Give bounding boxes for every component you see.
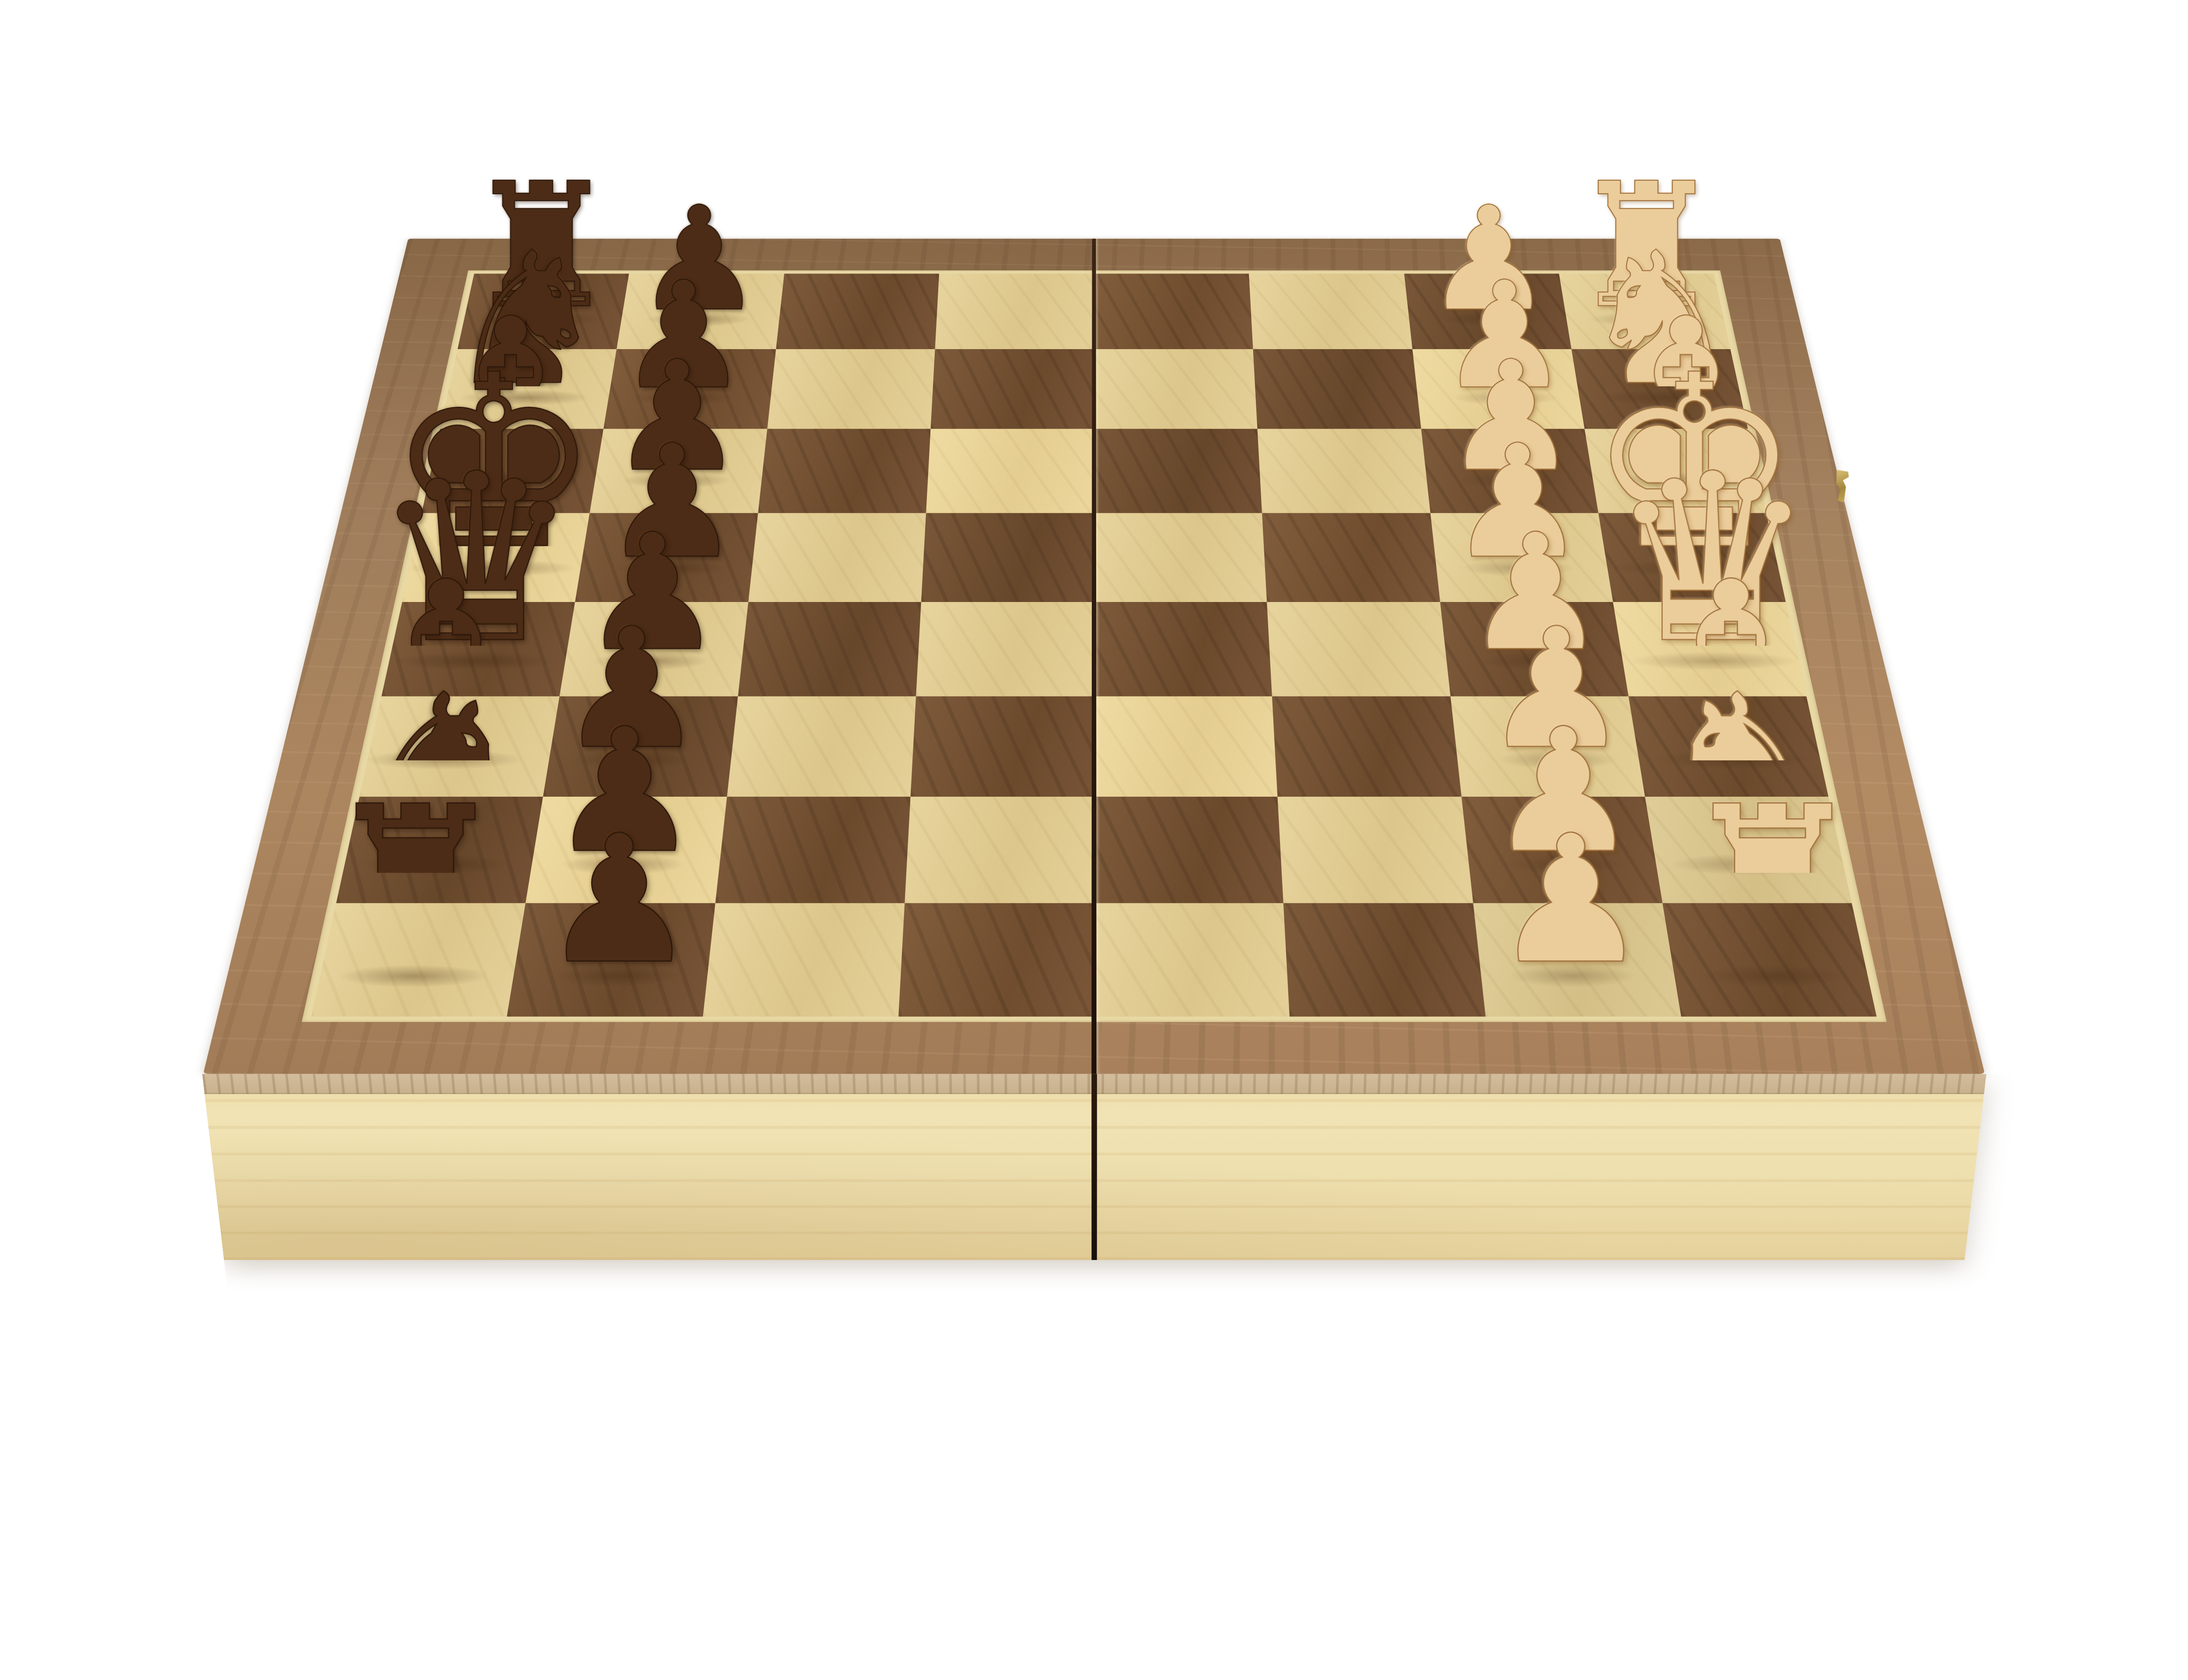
- square-g3[interactable]: [1253, 349, 1421, 429]
- square-c5[interactable]: [910, 696, 1094, 797]
- fold-seam-front: [1091, 1074, 1097, 1260]
- scene: ♜♞♝♚♛♝♞♜♟♟♟♟♟♟♟♟♟♟♟♟♟♟♟♟♜♞♝♚♛♝♞♜: [0, 0, 2188, 1458]
- square-c3[interactable]: [1272, 696, 1461, 797]
- square-h7[interactable]: [617, 273, 784, 349]
- square-b4[interactable]: [1094, 797, 1283, 903]
- square-h5[interactable]: [935, 273, 1094, 349]
- square-g1[interactable]: [1571, 349, 1748, 429]
- square-c6[interactable]: [727, 696, 916, 797]
- box-front-face: [202, 1074, 1986, 1260]
- square-h1[interactable]: [1559, 273, 1730, 349]
- square-e3[interactable]: [1262, 513, 1440, 602]
- chessboard: ♜♞♝♚♛♝♞♜♟♟♟♟♟♟♟♟♟♟♟♟♟♟♟♟♜♞♝♚♛♝♞♜: [203, 239, 1985, 1074]
- piece-black-pawn-a7[interactable]: ♟: [540, 816, 698, 984]
- square-g8[interactable]: [440, 349, 617, 429]
- square-d6[interactable]: [738, 602, 921, 696]
- square-g2[interactable]: [1412, 349, 1585, 429]
- square-a6[interactable]: [703, 903, 905, 1017]
- square-h8[interactable]: [458, 273, 629, 349]
- square-g4[interactable]: [1094, 349, 1258, 429]
- square-f3[interactable]: [1258, 429, 1431, 513]
- square-f5[interactable]: [926, 429, 1094, 513]
- square-a3[interactable]: [1283, 903, 1485, 1017]
- square-b3[interactable]: [1278, 797, 1473, 903]
- piece-white-pawn-a2[interactable]: ♟: [1492, 816, 1650, 984]
- square-g6[interactable]: [767, 349, 935, 429]
- square-e5[interactable]: [921, 513, 1094, 602]
- square-h2[interactable]: [1404, 273, 1571, 349]
- square-g5[interactable]: [930, 349, 1094, 429]
- brass-latch-icon: [1836, 470, 1849, 503]
- square-h3[interactable]: [1249, 273, 1412, 349]
- piece-black-rook-a8[interactable]: ♜: [321, 784, 510, 984]
- square-b5[interactable]: [905, 797, 1094, 903]
- square-h4[interactable]: [1094, 273, 1253, 349]
- square-a5[interactable]: [898, 903, 1094, 1017]
- piece-white-rook-a1[interactable]: ♜: [1678, 784, 1867, 984]
- square-d4[interactable]: [1094, 602, 1272, 696]
- square-h6[interactable]: [776, 273, 939, 349]
- square-e6[interactable]: [748, 513, 926, 602]
- square-b6[interactable]: [715, 797, 910, 903]
- square-e4[interactable]: [1094, 513, 1267, 602]
- square-f6[interactable]: [758, 429, 931, 513]
- square-a4[interactable]: [1094, 903, 1290, 1017]
- square-f4[interactable]: [1094, 429, 1262, 513]
- photo-background: ♜♞♝♚♛♝♞♜♟♟♟♟♟♟♟♟♟♟♟♟♟♟♟♟♜♞♝♚♛♝♞♜: [0, 0, 2188, 1458]
- square-d3[interactable]: [1267, 602, 1450, 696]
- square-d5[interactable]: [916, 602, 1094, 696]
- square-g7[interactable]: [603, 349, 776, 429]
- square-c4[interactable]: [1094, 696, 1278, 797]
